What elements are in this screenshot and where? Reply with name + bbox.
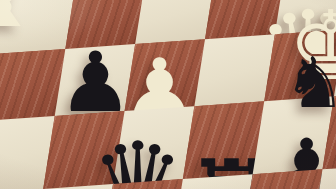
piece-white-bishop[interactable]: ♝ [0, 0, 37, 38]
square-d6[interactable]: ♜ [183, 101, 264, 179]
square-e5[interactable]: ♟ [125, 39, 205, 111]
board-photo: ♝♛♟♟♚♛♜♟♞ [0, 0, 336, 189]
square-e4[interactable] [135, 0, 214, 44]
square-d5[interactable] [194, 34, 274, 106]
chess-board: ♝♛♟♟♚♛♜♟♞ [0, 0, 336, 189]
piece-black-knight[interactable]: ♞ [283, 48, 336, 118]
